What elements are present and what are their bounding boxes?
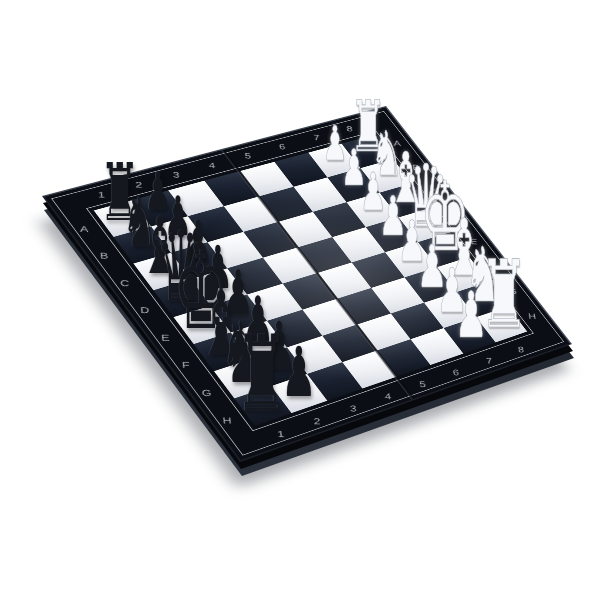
file-label-bottom: D [137, 306, 153, 315]
file-label-bottom: G [198, 388, 214, 397]
file-label-top: B [409, 163, 423, 172]
rank-label-right: 7 [482, 357, 497, 366]
file-label-top: C [428, 188, 442, 197]
file-label-bottom: H [219, 416, 235, 425]
rank-label-right: 6 [449, 368, 464, 377]
rank-label-right: 8 [514, 345, 528, 354]
file-label-top: E [467, 237, 481, 246]
file-label-bottom: E [157, 333, 173, 342]
rank-label-right: 5 [415, 380, 430, 389]
file-label-top: D [447, 213, 461, 222]
rank-label-left: 1 [93, 190, 109, 199]
file-label-top: F [486, 262, 500, 271]
file-label-top: H [525, 312, 539, 321]
rank-label-right: 1 [273, 430, 289, 439]
file-label-bottom: C [117, 279, 133, 288]
rank-label-right: 2 [309, 417, 325, 426]
rank-label-left: 8 [343, 125, 357, 134]
file-label-bottom: A [76, 224, 92, 234]
rank-label-left: 5 [240, 152, 255, 161]
file-label-bottom: B [96, 251, 112, 260]
rank-label-left: 2 [131, 180, 146, 189]
file-label-top: G [506, 287, 520, 296]
file-label-bottom: F [178, 361, 194, 370]
rank-label-left: 6 [275, 142, 290, 151]
rank-label-right: 3 [345, 404, 360, 413]
product-photo-stage: AA88BB77CC66DD55EE44FF33GG22HH11 ♜♞♝♛♚♝♞… [0, 0, 600, 600]
file-label-top: A [390, 139, 404, 148]
rank-label-left: 7 [309, 133, 324, 142]
rank-label-right: 4 [381, 392, 396, 401]
rank-label-left: 4 [205, 161, 220, 170]
rank-label-left: 3 [168, 171, 183, 180]
